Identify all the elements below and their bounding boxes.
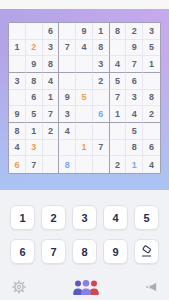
cell-r1c2[interactable] bbox=[26, 23, 43, 40]
cell-r1c1[interactable] bbox=[9, 23, 26, 40]
cell-r6c5[interactable] bbox=[76, 106, 93, 123]
cell-r7c9[interactable] bbox=[143, 123, 160, 140]
cell-r8c8[interactable]: 8 bbox=[126, 140, 143, 157]
cell-r8c9[interactable]: 6 bbox=[143, 140, 160, 157]
cell-r5c2[interactable]: 6 bbox=[26, 90, 43, 107]
cell-r3c4[interactable] bbox=[59, 56, 76, 73]
cell-r3c9[interactable]: 1 bbox=[143, 56, 160, 73]
cell-r6c9[interactable]: 2 bbox=[143, 106, 160, 123]
cell-r7c3[interactable]: 2 bbox=[43, 123, 60, 140]
cell-r8c3[interactable] bbox=[43, 140, 60, 157]
cell-r5c5[interactable]: 5 bbox=[76, 90, 93, 107]
cell-r5c3[interactable]: 1 bbox=[43, 90, 60, 107]
cell-r1c5[interactable]: 9 bbox=[76, 23, 93, 40]
numpad-button-6[interactable]: 6 bbox=[10, 239, 35, 264]
cell-r4c5[interactable] bbox=[76, 73, 93, 90]
cell-r3c2[interactable]: 9 bbox=[26, 56, 43, 73]
cell-r3c1[interactable] bbox=[9, 56, 26, 73]
cell-r6c1[interactable]: 9 bbox=[9, 106, 26, 123]
cell-r2c8[interactable]: 9 bbox=[126, 40, 143, 57]
cell-r5c8[interactable]: 3 bbox=[126, 90, 143, 107]
numpad-button-9[interactable]: 9 bbox=[103, 239, 128, 264]
cell-r9c2[interactable]: 7 bbox=[26, 156, 43, 173]
cell-r7c8[interactable]: 5 bbox=[126, 123, 143, 140]
cell-r8c2[interactable]: 3 bbox=[26, 140, 43, 157]
numpad-button-4[interactable]: 4 bbox=[103, 205, 128, 230]
cell-r6c2[interactable]: 5 bbox=[26, 106, 43, 123]
cell-r2c5[interactable]: 4 bbox=[76, 40, 93, 57]
input-panel: 1 2 3 4 5 6 7 8 9 bbox=[0, 190, 169, 300]
cell-r8c5[interactable]: 1 bbox=[76, 140, 93, 157]
numpad-button-2[interactable]: 2 bbox=[41, 205, 66, 230]
cell-r5c9[interactable]: 8 bbox=[143, 90, 160, 107]
cell-r9c6[interactable] bbox=[93, 156, 110, 173]
cell-r6c7[interactable]: 1 bbox=[110, 106, 127, 123]
eraser-button[interactable] bbox=[134, 239, 159, 264]
cell-r9c3[interactable] bbox=[43, 156, 60, 173]
cell-r5c7[interactable]: 7 bbox=[110, 90, 127, 107]
cell-r1c8[interactable]: 2 bbox=[126, 23, 143, 40]
numpad-button-3[interactable]: 3 bbox=[72, 205, 97, 230]
cell-r4c8[interactable]: 6 bbox=[126, 73, 143, 90]
settings-gear-icon bbox=[12, 280, 26, 294]
cell-r1c4[interactable] bbox=[59, 23, 76, 40]
cell-r2c4[interactable]: 7 bbox=[59, 40, 76, 57]
cell-r4c6[interactable]: 2 bbox=[93, 73, 110, 90]
cell-r3c5[interactable] bbox=[76, 56, 93, 73]
cell-r6c8[interactable]: 4 bbox=[126, 106, 143, 123]
cell-r4c7[interactable]: 5 bbox=[110, 73, 127, 90]
cell-r4c1[interactable]: 3 bbox=[9, 73, 26, 90]
cell-r4c4[interactable] bbox=[59, 73, 76, 90]
numpad-row-2: 6 7 8 9 bbox=[10, 239, 159, 264]
cell-r5c1[interactable] bbox=[9, 90, 26, 107]
cell-r7c5[interactable] bbox=[76, 123, 93, 140]
cell-r9c7[interactable]: 2 bbox=[110, 156, 127, 173]
cell-r6c4[interactable]: 3 bbox=[59, 106, 76, 123]
numpad-button-5[interactable]: 5 bbox=[134, 205, 159, 230]
cell-r6c3[interactable]: 7 bbox=[43, 106, 60, 123]
multiplayer-people-icon bbox=[72, 279, 100, 295]
status-bar bbox=[0, 0, 169, 9]
cell-r1c3[interactable]: 6 bbox=[43, 23, 60, 40]
cell-r2c3[interactable]: 3 bbox=[43, 40, 60, 57]
cell-r3c6[interactable]: 3 bbox=[93, 56, 110, 73]
eraser-icon bbox=[140, 245, 153, 258]
sudoku-board: 6918231237489598347138425661957389573614… bbox=[8, 22, 161, 174]
cell-r3c7[interactable]: 4 bbox=[110, 56, 127, 73]
cell-r5c4[interactable]: 9 bbox=[59, 90, 76, 107]
cell-r9c4[interactable]: 8 bbox=[59, 156, 76, 173]
cell-r1c9[interactable]: 3 bbox=[143, 23, 160, 40]
numpad-button-8[interactable]: 8 bbox=[72, 239, 97, 264]
cell-r5c6[interactable] bbox=[93, 90, 110, 107]
cell-r4c2[interactable]: 8 bbox=[26, 73, 43, 90]
cell-r7c2[interactable]: 1 bbox=[26, 123, 43, 140]
cell-r8c4[interactable] bbox=[59, 140, 76, 157]
cell-r9c9[interactable]: 4 bbox=[143, 156, 160, 173]
cell-r7c7[interactable] bbox=[110, 123, 127, 140]
cell-r9c8[interactable]: 1 bbox=[126, 156, 143, 173]
cell-r2c1[interactable]: 1 bbox=[9, 40, 26, 57]
cell-r1c7[interactable]: 8 bbox=[110, 23, 127, 40]
cell-r2c7[interactable] bbox=[110, 40, 127, 57]
cell-r8c6[interactable]: 7 bbox=[93, 140, 110, 157]
numpad-row-1: 1 2 3 4 5 bbox=[10, 205, 159, 230]
cell-r4c3[interactable]: 4 bbox=[43, 73, 60, 90]
sudoku-app-screen: 6918231237489598347138425661957389573614… bbox=[0, 0, 169, 300]
cell-r3c8[interactable]: 7 bbox=[126, 56, 143, 73]
cell-r3c3[interactable]: 8 bbox=[43, 56, 60, 73]
cell-r2c2[interactable]: 2 bbox=[26, 40, 43, 57]
cell-r8c7[interactable] bbox=[110, 140, 127, 157]
cell-r7c6[interactable] bbox=[93, 123, 110, 140]
cell-r4c9[interactable] bbox=[143, 73, 160, 90]
cell-r6c6[interactable]: 6 bbox=[93, 106, 110, 123]
cell-r9c1[interactable]: 6 bbox=[9, 156, 26, 173]
multiplayer-button[interactable] bbox=[72, 279, 100, 295]
cell-r1c6[interactable]: 1 bbox=[93, 23, 110, 40]
sound-button[interactable] bbox=[146, 282, 157, 292]
cell-r2c6[interactable]: 8 bbox=[93, 40, 110, 57]
numpad-button-1[interactable]: 1 bbox=[10, 205, 35, 230]
cell-r7c4[interactable]: 4 bbox=[59, 123, 76, 140]
settings-button[interactable] bbox=[12, 280, 26, 294]
cell-r8c1[interactable]: 4 bbox=[9, 140, 26, 157]
game-area: 6918231237489598347138425661957389573614… bbox=[0, 9, 169, 190]
numpad-button-7[interactable]: 7 bbox=[41, 239, 66, 264]
cell-r2c9[interactable]: 5 bbox=[143, 40, 160, 57]
cell-r7c1[interactable]: 8 bbox=[9, 123, 26, 140]
cell-r9c5[interactable] bbox=[76, 156, 93, 173]
footer-bar bbox=[0, 279, 169, 295]
sound-icon bbox=[146, 282, 157, 292]
